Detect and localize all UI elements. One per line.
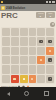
empty-cell — [46, 28, 54, 36]
score-panel: SCORE 0 BEST 0 — [36, 12, 55, 20]
new-game-button[interactable] — [50, 22, 55, 27]
empty-cell — [37, 75, 45, 83]
home-icon — [24, 91, 29, 96]
refresh-icon — [52, 23, 54, 25]
empty-cell — [20, 37, 28, 45]
tile-glyph — [50, 60, 51, 61]
best-box: BEST 0 — [46, 12, 55, 18]
empty-cell — [37, 65, 45, 73]
empty-cell — [29, 47, 37, 55]
empty-cell — [2, 47, 10, 55]
tile-cell — [11, 75, 19, 83]
tile-cell — [20, 75, 28, 83]
recents-icon — [44, 91, 49, 96]
tile-cell — [46, 56, 54, 64]
back-button[interactable] — [7, 92, 10, 96]
empty-cell — [29, 28, 37, 36]
empty-cell — [2, 75, 10, 83]
tile-orange — [29, 75, 37, 83]
empty-cell — [11, 37, 19, 45]
back-icon — [7, 92, 10, 96]
empty-cell — [2, 37, 10, 45]
tile-red — [11, 75, 19, 83]
tile-glyph — [40, 59, 42, 61]
empty-cell — [2, 28, 10, 36]
empty-cell — [20, 65, 28, 73]
score-label: SCORE — [38, 13, 43, 14]
best-value: 0 — [50, 16, 51, 17]
tile-cell — [46, 75, 54, 83]
app-title-bar: 2048 Evolution — [0, 4, 56, 11]
tile-cell — [29, 75, 37, 83]
empty-cell — [11, 65, 19, 73]
empty-cell — [29, 37, 37, 45]
game-header: PRC SCORE 0 BEST 0 — [1, 11, 55, 20]
tile-cell — [46, 37, 54, 45]
empty-cell — [2, 65, 10, 73]
battery-icon — [52, 1, 55, 3]
empty-cell — [20, 28, 28, 36]
home-button[interactable] — [24, 91, 29, 96]
tile-glyph — [13, 78, 16, 80]
empty-cell — [20, 47, 28, 55]
wifi-icon — [49, 1, 51, 3]
tile-glyph — [23, 78, 25, 80]
tile-cell — [37, 56, 45, 64]
tile-small-dark — [48, 58, 52, 62]
tile-yellow — [20, 75, 28, 83]
tile-glyph — [50, 78, 51, 79]
empty-cell — [37, 47, 45, 55]
empty-cell — [29, 65, 37, 73]
phone-screen: 2048 Evolution PRC SCORE 0 BEST 0 Swipe … — [0, 0, 56, 100]
tile-small-dark — [48, 77, 52, 81]
score-value: 0 — [40, 16, 41, 17]
empty-cell — [11, 56, 19, 64]
tile-glyph — [50, 41, 51, 42]
app-notification-icon — [1, 1, 3, 3]
best-label: BEST — [49, 13, 53, 14]
tile-cell — [46, 47, 54, 55]
empty-cell — [29, 56, 37, 64]
android-nav-bar — [0, 87, 56, 100]
score-box: SCORE 0 — [36, 12, 45, 18]
tile-small-dark — [39, 40, 43, 44]
status-icons — [46, 1, 55, 3]
tile-orange — [46, 47, 54, 55]
empty-cell — [37, 28, 45, 36]
empty-cell — [11, 28, 19, 36]
empty-cell — [20, 56, 28, 64]
tile-glyph — [31, 78, 33, 80]
empty-cell — [2, 56, 10, 64]
tile-cell — [37, 37, 45, 45]
app-title: 2048 Evolution — [6, 6, 25, 9]
game-board[interactable] — [1, 27, 55, 84]
page-title: PRC — [1, 11, 18, 20]
signal-icon — [46, 1, 48, 3]
tile-glyph — [41, 41, 42, 42]
app-icon — [1, 6, 5, 10]
tile-orange — [37, 56, 45, 64]
tile-glyph — [49, 50, 51, 52]
tile-small-dark — [48, 40, 52, 44]
recents-button[interactable] — [44, 91, 49, 96]
empty-cell — [46, 65, 54, 73]
empty-cell — [11, 47, 19, 55]
